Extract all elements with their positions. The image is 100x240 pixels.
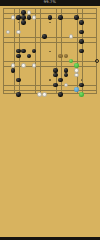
go-board xyxy=(0,6,100,97)
star-point xyxy=(49,79,50,80)
star-point xyxy=(81,79,82,80)
black-stone xyxy=(16,92,21,97)
goban-grid xyxy=(0,6,100,97)
white-stone xyxy=(37,92,42,97)
star-point xyxy=(49,22,50,23)
win-rate-text: 99.7% xyxy=(44,0,56,4)
black-stone xyxy=(58,92,63,97)
white-stone xyxy=(42,92,47,97)
star-point xyxy=(18,22,19,23)
star-point xyxy=(49,51,50,52)
board-point-18-18[interactable] xyxy=(95,92,100,97)
green-marker xyxy=(79,92,84,97)
